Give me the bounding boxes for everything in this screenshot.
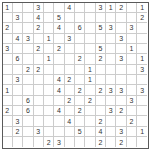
cell-r11c1[interactable]: 2 — [3, 106, 13, 116]
cell-r10c3[interactable]: 6 — [23, 96, 33, 106]
cell-r5c14[interactable] — [137, 44, 147, 54]
cell-r6c5[interactable]: 1 — [44, 54, 54, 64]
cell-r9c6[interactable]: 4 — [54, 85, 64, 95]
cell-r2c12[interactable] — [116, 13, 126, 23]
cell-r1c7[interactable]: 4 — [65, 3, 75, 13]
cell-r12c13[interactable]: 2 — [127, 116, 137, 126]
cell-r2c7[interactable] — [65, 13, 75, 23]
cell-r14c3[interactable] — [23, 137, 33, 147]
cell-r7c5[interactable] — [44, 65, 54, 75]
cell-r1c1[interactable]: 1 — [3, 3, 13, 13]
cell-r3c8[interactable]: 6 — [75, 23, 85, 33]
cell-r3c5[interactable] — [44, 23, 54, 33]
cell-r11c11[interactable]: 3 — [106, 106, 116, 116]
cell-r7c2[interactable] — [13, 65, 23, 75]
cell-r11c3[interactable]: 6 — [23, 106, 33, 116]
cell-r6c6[interactable] — [54, 54, 64, 64]
cell-r7c4[interactable]: 2 — [34, 65, 44, 75]
cell-r1c13[interactable] — [127, 3, 137, 13]
cell-r9c2[interactable] — [13, 85, 23, 95]
cell-r7c8[interactable] — [75, 65, 85, 75]
cell-r8c3[interactable] — [23, 75, 33, 85]
cell-r13c3[interactable] — [23, 127, 33, 137]
cell-r4c7[interactable]: 3 — [65, 34, 75, 44]
cell-r2c9[interactable] — [85, 13, 95, 23]
cell-r7c3[interactable]: 2 — [23, 65, 33, 75]
cell-r13c7[interactable] — [65, 127, 75, 137]
cell-r12c5[interactable] — [44, 116, 54, 126]
cell-r8c2[interactable]: 3 — [13, 75, 23, 85]
cell-r10c11[interactable] — [106, 96, 116, 106]
cell-r12c4[interactable] — [34, 116, 44, 126]
cell-r6c8[interactable]: 2 — [75, 54, 85, 64]
cell-r9c1[interactable]: 1 — [3, 85, 13, 95]
cell-r12c1[interactable] — [3, 116, 13, 126]
cell-r9c14[interactable]: 3 — [137, 85, 147, 95]
cell-r3c13[interactable]: 3 — [127, 23, 137, 33]
cell-r3c7[interactable] — [65, 23, 75, 33]
cell-r12c12[interactable] — [116, 116, 126, 126]
cell-r6c3[interactable] — [23, 54, 33, 64]
cell-r1c2[interactable] — [13, 3, 23, 13]
cell-r8c5[interactable] — [44, 75, 54, 85]
cell-r8c8[interactable] — [75, 75, 85, 85]
cell-r10c1[interactable] — [3, 96, 13, 106]
cell-r8c1[interactable] — [3, 75, 13, 85]
cell-r2c13[interactable] — [127, 13, 137, 23]
cell-r10c6[interactable] — [54, 96, 64, 106]
cell-r12c8[interactable] — [75, 116, 85, 126]
cell-r1c6[interactable] — [54, 3, 64, 13]
cell-r12c10[interactable]: 2 — [96, 116, 106, 126]
cell-r7c9[interactable]: 1 — [85, 65, 95, 75]
cell-r8c4[interactable] — [34, 75, 44, 85]
cell-r10c8[interactable] — [75, 96, 85, 106]
cell-r8c14[interactable] — [137, 75, 147, 85]
cell-r10c12[interactable] — [116, 96, 126, 106]
cell-r6c14[interactable]: 1 — [137, 54, 147, 64]
cell-r5c5[interactable] — [44, 44, 54, 54]
cell-r2c4[interactable]: 4 — [34, 13, 44, 23]
cell-r8c13[interactable] — [127, 75, 137, 85]
cell-r4c11[interactable] — [106, 34, 116, 44]
cell-r7c7[interactable] — [65, 65, 75, 75]
cell-r5c2[interactable] — [13, 44, 23, 54]
cell-r9c3[interactable] — [23, 85, 33, 95]
cell-r7c10[interactable] — [96, 65, 106, 75]
cell-r5c11[interactable] — [106, 44, 116, 54]
cell-r12c6[interactable] — [54, 116, 64, 126]
cell-r8c12[interactable] — [116, 75, 126, 85]
cell-r5c13[interactable]: 1 — [127, 44, 137, 54]
cell-r13c1[interactable] — [3, 127, 13, 137]
cell-r7c6[interactable] — [54, 65, 64, 75]
cell-r4c8[interactable] — [75, 34, 85, 44]
cell-r14c10[interactable]: 2 — [96, 137, 106, 147]
cell-r6c12[interactable]: 3 — [116, 54, 126, 64]
cell-r4c5[interactable]: 1 — [44, 34, 54, 44]
cell-r13c4[interactable]: 3 — [34, 127, 44, 137]
cell-r9c12[interactable]: 3 — [116, 85, 126, 95]
cell-r2c5[interactable] — [44, 13, 54, 23]
cell-r2c11[interactable] — [106, 13, 116, 23]
cell-r11c14[interactable] — [137, 106, 147, 116]
cell-r5c7[interactable] — [65, 44, 75, 54]
cell-r6c10[interactable]: 2 — [96, 54, 106, 64]
cell-r7c12[interactable] — [116, 65, 126, 75]
cell-r10c4[interactable] — [34, 96, 44, 106]
cell-r9c9[interactable] — [85, 85, 95, 95]
cell-r14c9[interactable] — [85, 137, 95, 147]
cell-r1c3[interactable] — [23, 3, 33, 13]
cell-r13c8[interactable]: 5 — [75, 127, 85, 137]
cell-r4c14[interactable] — [137, 34, 147, 44]
cell-r13c12[interactable]: 3 — [116, 127, 126, 137]
cell-r3c6[interactable]: 4 — [54, 23, 64, 33]
cell-r9c5[interactable] — [44, 85, 54, 95]
puzzle-board: 1343121345222465334313332251612231221334… — [2, 2, 149, 149]
cell-r1c14[interactable]: 1 — [137, 3, 147, 13]
cell-r2c6[interactable]: 5 — [54, 13, 64, 23]
cell-r3c12[interactable] — [116, 23, 126, 33]
cell-r3c4[interactable]: 2 — [34, 23, 44, 33]
cell-r6c7[interactable] — [65, 54, 75, 64]
cell-r9c4[interactable] — [34, 85, 44, 95]
cell-r11c5[interactable] — [44, 106, 54, 116]
cell-r5c9[interactable] — [85, 44, 95, 54]
cell-r14c14[interactable] — [137, 137, 147, 147]
cell-r10c10[interactable] — [96, 96, 106, 106]
cell-r6c13[interactable] — [127, 54, 137, 64]
cell-r14c12[interactable]: 2 — [116, 137, 126, 147]
cell-r3c9[interactable] — [85, 23, 95, 33]
cell-r14c6[interactable]: 3 — [54, 137, 64, 147]
cell-r14c11[interactable] — [106, 137, 116, 147]
cell-r4c9[interactable] — [85, 34, 95, 44]
cell-r10c2[interactable] — [13, 96, 23, 106]
cell-r8c9[interactable]: 1 — [85, 75, 95, 85]
cell-r9c13[interactable] — [127, 85, 137, 95]
cell-r14c13[interactable] — [127, 137, 137, 147]
cell-r8c7[interactable]: 2 — [65, 75, 75, 85]
cell-r4c13[interactable] — [127, 34, 137, 44]
cell-r1c9[interactable] — [85, 3, 95, 13]
cell-r2c10[interactable] — [96, 13, 106, 23]
cell-r11c8[interactable]: 2 — [75, 106, 85, 116]
cell-r14c2[interactable] — [13, 137, 23, 147]
cell-r4c1[interactable] — [3, 34, 13, 44]
cell-r3c10[interactable]: 5 — [96, 23, 106, 33]
cell-r13c11[interactable] — [106, 127, 116, 137]
cell-r6c4[interactable] — [34, 54, 44, 64]
cell-r13c2[interactable]: 2 — [13, 127, 23, 137]
cell-r6c9[interactable] — [85, 54, 95, 64]
cell-r14c7[interactable] — [65, 137, 75, 147]
cell-r7c11[interactable] — [106, 65, 116, 75]
cell-r11c4[interactable] — [34, 106, 44, 116]
cell-r5c6[interactable]: 2 — [54, 44, 64, 54]
cell-r13c6[interactable] — [54, 127, 64, 137]
cell-r5c1[interactable]: 3 — [3, 44, 13, 54]
cell-r10c9[interactable]: 2 — [85, 96, 95, 106]
cell-r4c3[interactable]: 3 — [23, 34, 33, 44]
cell-r4c10[interactable] — [96, 34, 106, 44]
cell-r11c13[interactable] — [127, 106, 137, 116]
cell-r12c3[interactable] — [23, 116, 33, 126]
cell-r13c13[interactable] — [127, 127, 137, 137]
cell-r1c8[interactable] — [75, 3, 85, 13]
cell-r4c6[interactable] — [54, 34, 64, 44]
cell-r9c7[interactable] — [65, 85, 75, 95]
cell-r3c3[interactable] — [23, 23, 33, 33]
cell-r13c9[interactable] — [85, 127, 95, 137]
cell-r5c4[interactable]: 2 — [34, 44, 44, 54]
cell-r14c4[interactable] — [34, 137, 44, 147]
cell-r14c1[interactable] — [3, 137, 13, 147]
cell-r10c5[interactable] — [44, 96, 54, 106]
cell-r11c6[interactable]: 4 — [54, 106, 64, 116]
cell-r13c14[interactable]: 1 — [137, 127, 147, 137]
cell-r8c10[interactable] — [96, 75, 106, 85]
cell-r11c12[interactable]: 2 — [116, 106, 126, 116]
cell-r12c9[interactable] — [85, 116, 95, 126]
cell-r4c2[interactable]: 4 — [13, 34, 23, 44]
cell-r1c5[interactable] — [44, 3, 54, 13]
cell-r11c10[interactable] — [96, 106, 106, 116]
cell-r13c5[interactable] — [44, 127, 54, 137]
cell-r9c8[interactable]: 2 — [75, 85, 85, 95]
cell-r7c13[interactable] — [127, 65, 137, 75]
cell-r9c10[interactable]: 2 — [96, 85, 106, 95]
cell-r7c14[interactable]: 3 — [137, 65, 147, 75]
cell-r1c10[interactable]: 3 — [96, 3, 106, 13]
cell-r5c12[interactable] — [116, 44, 126, 54]
puzzle-page: 1343121345222465334313332251612231221334… — [0, 0, 150, 150]
cell-r5c3[interactable] — [23, 44, 33, 54]
cell-r14c5[interactable]: 2 — [44, 137, 54, 147]
cell-r10c7[interactable]: 2 — [65, 96, 75, 106]
cell-r10c13[interactable]: 3 — [127, 96, 137, 106]
cell-r2c1[interactable] — [3, 13, 13, 23]
cell-r12c11[interactable] — [106, 116, 116, 126]
cell-r12c7[interactable]: 4 — [65, 116, 75, 126]
cell-r11c9[interactable] — [85, 106, 95, 116]
cell-r5c8[interactable] — [75, 44, 85, 54]
cell-r11c7[interactable] — [65, 106, 75, 116]
cell-r4c12[interactable]: 3 — [116, 34, 126, 44]
cell-r1c11[interactable]: 1 — [106, 3, 116, 13]
cell-r11c2[interactable] — [13, 106, 23, 116]
cell-r3c11[interactable]: 3 — [106, 23, 116, 33]
cell-r6c11[interactable] — [106, 54, 116, 64]
cell-r3c14[interactable] — [137, 23, 147, 33]
cell-r10c14[interactable] — [137, 96, 147, 106]
cell-r3c2[interactable] — [13, 23, 23, 33]
cell-r8c6[interactable]: 4 — [54, 75, 64, 85]
cell-r2c2[interactable]: 3 — [13, 13, 23, 23]
cell-r3c1[interactable]: 2 — [3, 23, 13, 33]
cell-r13c10[interactable]: 4 — [96, 127, 106, 137]
cell-r5c10[interactable]: 5 — [96, 44, 106, 54]
cell-r2c3[interactable] — [23, 13, 33, 23]
cell-r6c2[interactable]: 6 — [13, 54, 23, 64]
cell-r8c11[interactable] — [106, 75, 116, 85]
cell-r9c11[interactable]: 3 — [106, 85, 116, 95]
cell-r1c12[interactable]: 2 — [116, 3, 126, 13]
cell-r6c1[interactable] — [3, 54, 13, 64]
cell-r7c1[interactable] — [3, 65, 13, 75]
cell-r2c14[interactable]: 2 — [137, 13, 147, 23]
cell-r12c2[interactable]: 3 — [13, 116, 23, 126]
cell-r2c8[interactable] — [75, 13, 85, 23]
cell-r4c4[interactable] — [34, 34, 44, 44]
cell-r12c14[interactable] — [137, 116, 147, 126]
cell-r14c8[interactable] — [75, 137, 85, 147]
cell-r1c4[interactable]: 3 — [34, 3, 44, 13]
